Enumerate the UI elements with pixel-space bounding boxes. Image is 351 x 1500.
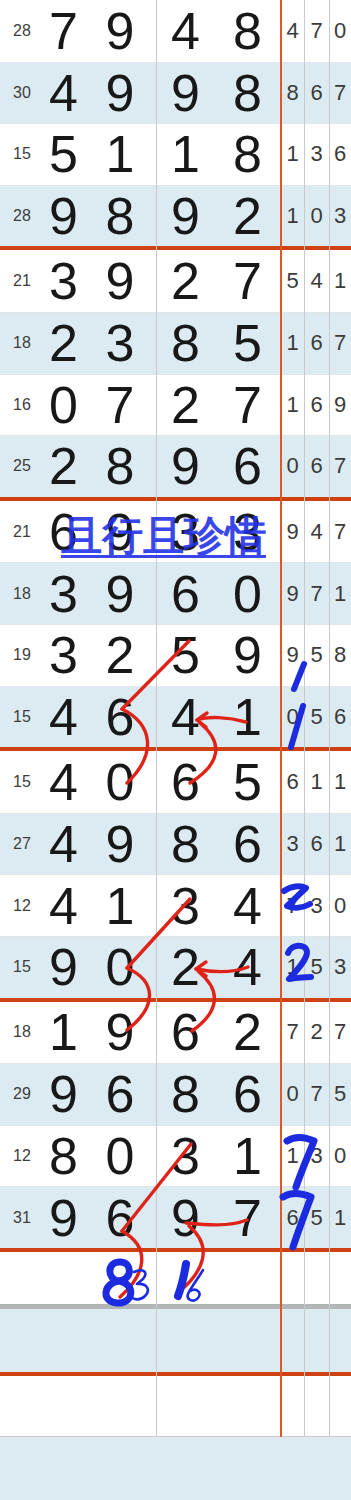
extra-cell: 1 [329,583,351,605]
digit-cell: 8 [44,1130,82,1182]
annotation-row [0,1252,351,1304]
extra-cell: 6 [281,1207,304,1229]
extra-cell: 6 [281,771,304,793]
extra-cell: 5 [304,1207,329,1229]
sum-cell: 15 [0,774,44,790]
extra-cell: 7 [329,455,351,477]
sum-cell: 27 [0,836,44,852]
extra-cell: 6 [304,332,329,354]
digit-cell: 5 [213,756,281,808]
digit-cell: 8 [157,1068,213,1120]
extra-cell: 0 [329,20,351,42]
extra-cell: 7 [304,583,329,605]
digit-cell: 2 [157,941,213,993]
extra-cell: 3 [304,895,329,917]
digit-cell: 7 [213,379,281,431]
digit-cell: 4 [44,67,82,119]
sum-cell: 30 [0,85,44,101]
digit-cell: 5 [157,629,213,681]
extra-cell: 5 [329,1083,351,1105]
draw-row: 31 9 6 9 7 6 5 1 [0,1186,351,1248]
digit-cell: 6 [213,440,281,492]
extra-cell: 1 [281,1145,304,1167]
digit-cell: 4 [213,880,281,932]
digit-cell: 7 [213,1192,281,1244]
extra-cell: 0 [281,455,304,477]
extra-cell: 1 [281,143,304,165]
extra-cell: 9 [281,583,304,605]
sum-cell: 15 [0,709,44,725]
digit-cell: 0 [213,568,281,620]
digit-cell: 0 [82,1130,157,1182]
digit-cell: 9 [82,255,157,307]
digit-cell: 9 [82,1006,157,1058]
extra-cell: 5 [281,270,304,292]
draw-row: 28 9 8 9 2 1 0 3 [0,185,351,247]
digit-cell: 4 [44,756,82,808]
digit-cell: 6 [157,1006,213,1058]
empty-row-blue [0,1309,351,1372]
digit-cell: 1 [213,1130,281,1182]
extra-cell: 3 [281,833,304,855]
extra-cell: 3 [304,143,329,165]
digit-cell: 1 [82,880,157,932]
digit-cell: 9 [82,568,157,620]
draw-row: 19 3 2 5 9 9 5 8 [0,624,351,686]
digit-cell: 4 [157,691,213,743]
sum-cell: 21 [0,273,44,289]
extra-cell: 1 [281,205,304,227]
digit-cell: 9 [157,190,213,242]
digit-cell: 2 [213,190,281,242]
extra-cell: 0 [329,895,351,917]
extra-cell: 6 [329,706,351,728]
extra-cell: 6 [329,143,351,165]
sum-cell: 21 [0,524,44,540]
extra-cell: 4 [281,20,304,42]
draw-row: 27 4 9 8 6 3 6 1 [0,813,351,875]
extra-cell: 5 [304,706,329,728]
digit-cell: 3 [157,1130,213,1182]
digit-cell: 6 [157,756,213,808]
extra-cell: 0 [281,1083,304,1105]
extra-cell: 0 [329,1145,351,1167]
digit-cell: 9 [82,67,157,119]
digit-cell: 5 [213,317,281,369]
draw-row: 28 7 9 4 8 4 7 0 [0,0,351,62]
extra-cell: 6 [304,82,329,104]
digit-cell: 9 [44,1192,82,1244]
draw-row: 15 5 1 1 8 1 3 6 [0,123,351,185]
extra-cell: 8 [281,82,304,104]
sum-cell: 16 [0,397,44,413]
draw-row: 25 2 8 9 6 0 6 7 [0,435,351,497]
digit-cell: 6 [213,818,281,870]
extra-cell: 1 [329,833,351,855]
extra-cell: 4 [304,270,329,292]
digit-cell: 1 [44,1006,82,1058]
extra-cell: 7 [304,20,329,42]
digit-cell: 3 [44,568,82,620]
digit-cell: 2 [157,379,213,431]
digit-cell: 8 [157,818,213,870]
sum-cell: 15 [0,146,44,162]
sum-cell: 18 [0,1024,44,1040]
digit-cell: 9 [157,1192,213,1244]
sum-cell: 12 [0,1148,44,1164]
draw-row: 12 4 1 3 4 7 3 0 [0,874,351,936]
extra-cell: 3 [304,1145,329,1167]
extra-cell: 5 [304,956,329,978]
digit-cell: 3 [44,255,82,307]
extra-cell: 9 [329,394,351,416]
extra-cell: 6 [304,394,329,416]
digit-cell: 9 [82,5,157,57]
extra-cell: 7 [281,895,304,917]
digit-cell: 8 [213,128,281,180]
draw-row: 15 4 6 4 1 0 5 6 [0,686,351,748]
digit-cell: 9 [157,440,213,492]
extra-cell: 3 [329,205,351,227]
sum-cell: 28 [0,208,44,224]
extra-cell: 0 [281,706,304,728]
extra-cell: 7 [304,1083,329,1105]
extra-cell: 7 [329,332,351,354]
digit-cell: 0 [82,941,157,993]
extra-cell: 2 [304,1021,329,1043]
digit-cell: 8 [213,5,281,57]
extra-cell: 1 [329,1207,351,1229]
extra-cell: 1 [304,771,329,793]
digit-cell: 4 [44,818,82,870]
digit-cell: 8 [82,440,157,492]
extra-cell: 1 [329,270,351,292]
extra-cell: 6 [304,455,329,477]
digit-cell: 6 [82,1068,157,1120]
digit-cell: 8 [157,317,213,369]
extra-cell: 1 [329,771,351,793]
rows: 28 7 9 4 8 4 7 0 30 4 9 9 8 8 6 7 15 5 1… [0,0,351,1252]
digit-cell: 9 [44,941,82,993]
extra-cell: 1 [281,956,304,978]
empty-row-white [0,1376,351,1436]
digit-cell: 0 [44,379,82,431]
digit-cell: 2 [157,255,213,307]
extra-cell: 4 [304,521,329,543]
digit-cell: 9 [44,190,82,242]
extra-cell: 7 [329,82,351,104]
digit-cell: 3 [82,317,157,369]
sum-cell: 28 [0,23,44,39]
extra-cell: 1 [281,332,304,354]
digit-cell: 4 [213,941,281,993]
extra-cell: 0 [304,205,329,227]
digit-cell: 1 [82,128,157,180]
draw-row: 15 4 0 6 5 6 1 1 [0,751,351,813]
extra-cell: 3 [329,956,351,978]
sum-cell: 25 [0,458,44,474]
digit-cell: 9 [157,67,213,119]
extra-cell: 7 [329,521,351,543]
digit-cell: 1 [157,128,213,180]
digit-cell: 4 [44,691,82,743]
digit-cell: 9 [82,818,157,870]
extra-cell: 6 [304,833,329,855]
digit-cell: 6 [157,568,213,620]
digit-cell: 4 [157,5,213,57]
sum-cell: 15 [0,959,44,975]
digit-cell: 4 [44,880,82,932]
sum-cell: 18 [0,586,44,602]
draw-row: 21 3 9 2 7 5 4 1 [0,250,351,312]
digit-cell: 7 [82,379,157,431]
lottery-chart-screen: 28 7 9 4 8 4 7 0 30 4 9 9 8 8 6 7 15 5 1… [0,0,351,1500]
extra-cell: 5 [304,644,329,666]
digit-cell: 7 [44,5,82,57]
sum-cell: 31 [0,1210,44,1226]
sum-cell: 12 [0,898,44,914]
digit-cell: 1 [213,691,281,743]
digit-cell: 3 [44,629,82,681]
digit-cell: 6 [82,691,157,743]
digit-cell: 0 [82,756,157,808]
digit-cell: 3 [157,880,213,932]
empty-row-blue [0,1437,351,1500]
digit-cell: 7 [213,255,281,307]
extra-cell: 7 [281,1021,304,1043]
digit-cell: 2 [44,440,82,492]
extra-cell: 8 [329,644,351,666]
draw-row: 15 9 0 2 4 1 5 3 [0,936,351,998]
sum-cell: 29 [0,1086,44,1102]
extra-cell: 9 [281,521,304,543]
draw-row: 18 1 9 6 2 7 2 7 [0,1002,351,1064]
digit-cell: 9 [213,629,281,681]
extra-cell: 1 [281,394,304,416]
digit-cell: 5 [44,128,82,180]
digit-cell: 9 [44,1068,82,1120]
draw-row: 18 3 9 6 0 9 7 1 [0,562,351,624]
draw-row: 30 4 9 9 8 8 6 7 [0,62,351,124]
handwritten-overlay-text: 且行且珍惜 [61,509,266,564]
sum-cell: 18 [0,335,44,351]
draw-row: 12 8 0 3 1 1 3 0 [0,1125,351,1187]
extra-cell: 9 [281,644,304,666]
digit-cell: 2 [213,1006,281,1058]
draw-row: 18 2 3 8 5 1 6 7 [0,312,351,374]
digit-cell: 6 [82,1192,157,1244]
draw-row: 29 9 6 8 6 0 7 5 [0,1063,351,1125]
sum-cell: 19 [0,647,44,663]
draw-row: 16 0 7 2 7 1 6 9 [0,374,351,436]
digit-cell: 6 [213,1068,281,1120]
digit-cell: 2 [44,317,82,369]
digit-cell: 2 [82,629,157,681]
digit-cell: 8 [82,190,157,242]
extra-cell: 7 [329,1021,351,1043]
digit-cell: 8 [213,67,281,119]
